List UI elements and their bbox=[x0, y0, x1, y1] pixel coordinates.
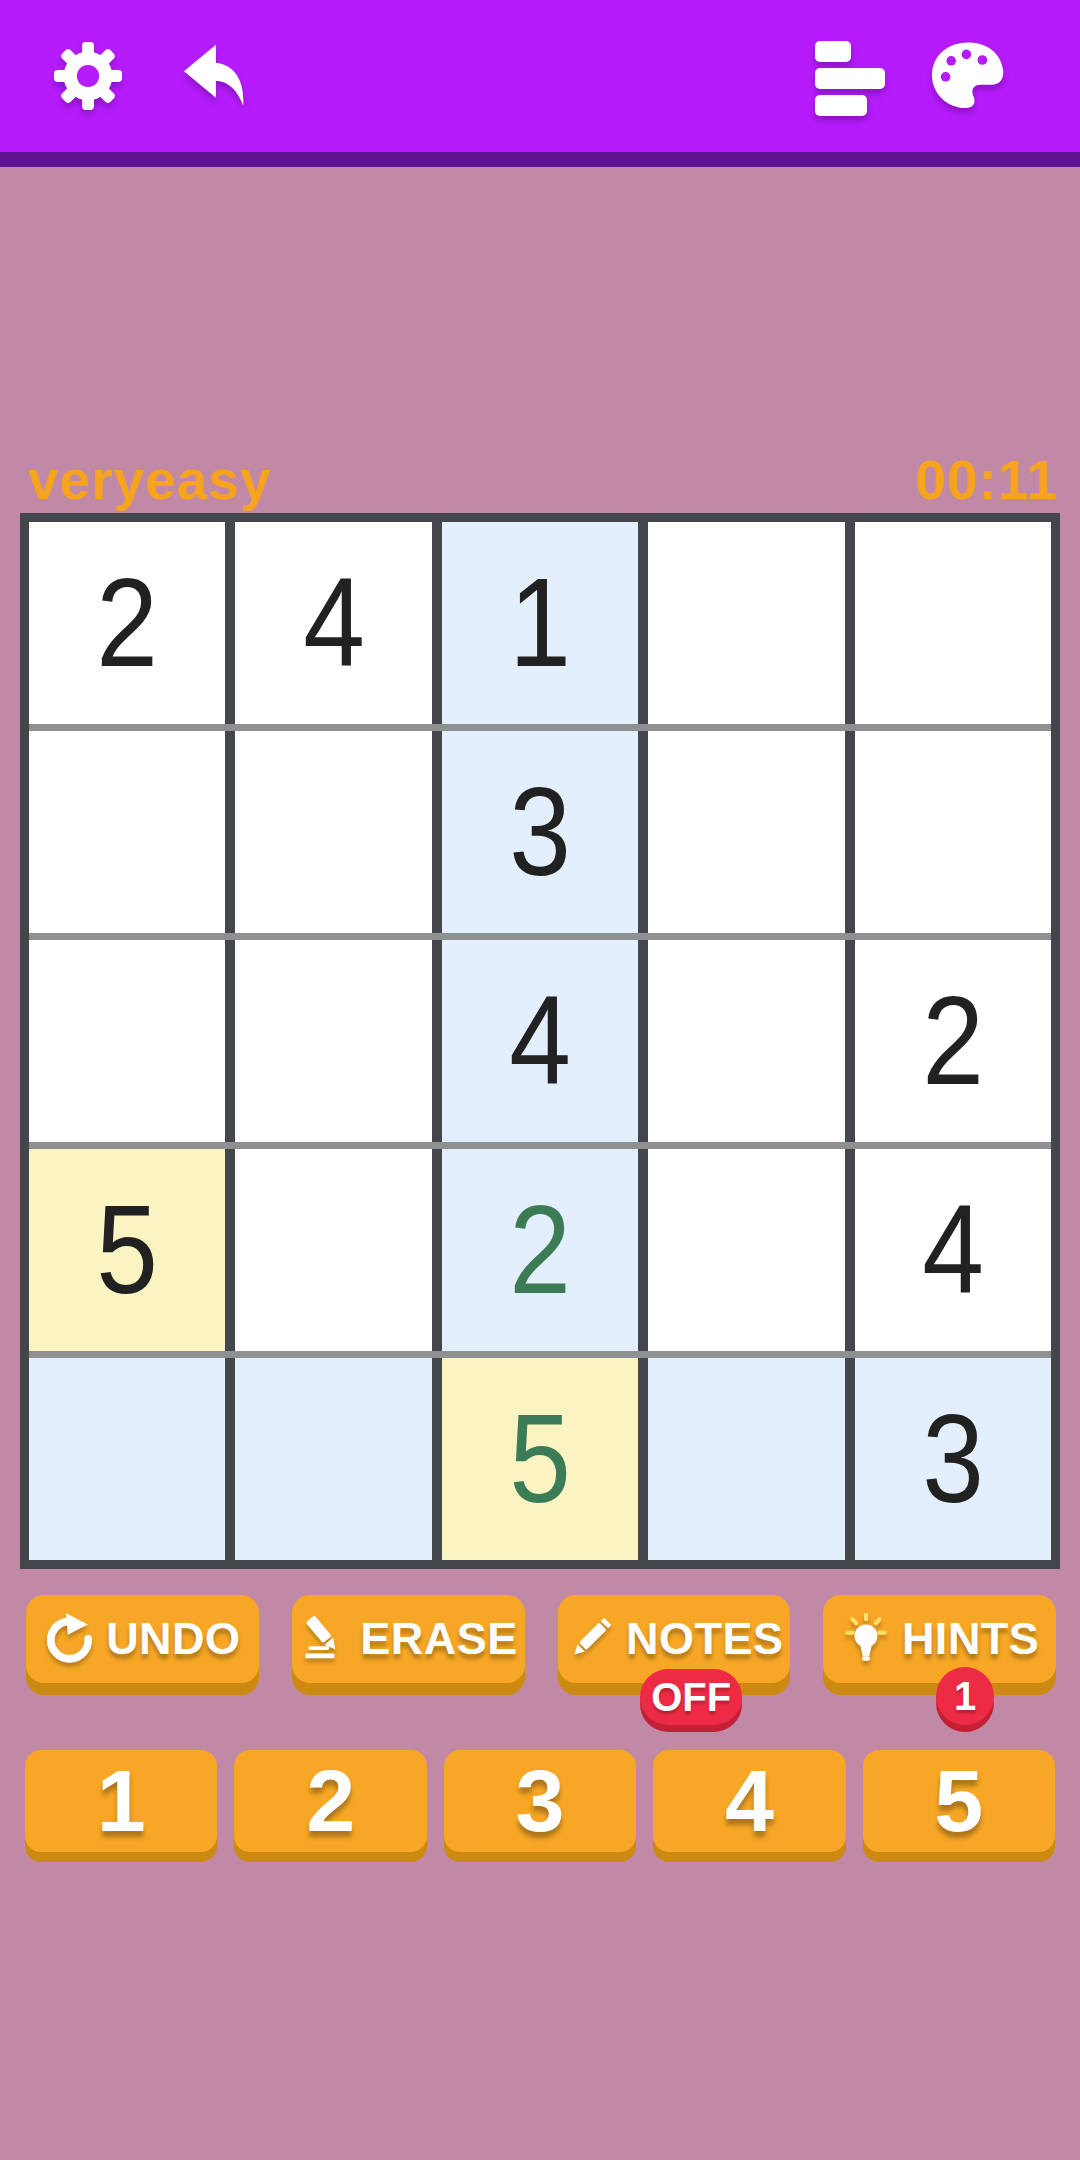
difficulty-label: veryeasy bbox=[28, 448, 272, 512]
cell-r4c1[interactable]: 5 bbox=[29, 1149, 225, 1351]
cell-r5c2[interactable] bbox=[235, 1358, 431, 1560]
settings-button[interactable] bbox=[48, 38, 128, 118]
cell-digit: 3 bbox=[509, 769, 571, 895]
cell-r5c1[interactable] bbox=[29, 1358, 225, 1560]
grid-vertical-line bbox=[432, 731, 442, 933]
sudoku-board: 24134252453 bbox=[20, 513, 1060, 1569]
cell-r4c5[interactable]: 4 bbox=[855, 1149, 1051, 1351]
notes-button[interactable]: NOTES OFF bbox=[558, 1595, 791, 1683]
cell-r1c2[interactable]: 4 bbox=[235, 522, 431, 724]
notes-off-badge: OFF bbox=[640, 1669, 742, 1725]
board-row-5: 53 bbox=[29, 1358, 1051, 1560]
cell-digit: 5 bbox=[96, 1187, 158, 1313]
erase-pencil-icon bbox=[298, 1613, 350, 1665]
hints-label: HINTS bbox=[902, 1613, 1040, 1665]
cell-digit: 4 bbox=[509, 978, 571, 1104]
board-row-4: 524 bbox=[29, 1149, 1051, 1351]
cell-r5c4[interactable] bbox=[648, 1358, 844, 1560]
cell-digit: 3 bbox=[922, 1396, 984, 1522]
gear-icon bbox=[51, 39, 125, 117]
cell-r3c4[interactable] bbox=[648, 940, 844, 1142]
cell-r2c4[interactable] bbox=[648, 731, 844, 933]
numpad-key-1[interactable]: 1 bbox=[25, 1750, 217, 1852]
cell-r5c3[interactable]: 5 bbox=[442, 1358, 638, 1560]
hint-bulb-icon bbox=[840, 1613, 892, 1665]
cell-r2c1[interactable] bbox=[29, 731, 225, 933]
grid-vertical-line bbox=[225, 940, 235, 1142]
board-row-2: 3 bbox=[29, 731, 1051, 933]
palette-icon bbox=[928, 36, 1008, 120]
grid-horizontal-line bbox=[29, 1142, 1051, 1149]
hints-button[interactable]: HINTS 1 bbox=[823, 1595, 1056, 1683]
hints-count-badge: 1 bbox=[936, 1667, 994, 1725]
grid-vertical-line bbox=[638, 1358, 648, 1560]
erase-button[interactable]: ERASE bbox=[292, 1595, 525, 1683]
grid-vertical-line bbox=[225, 1149, 235, 1351]
cell-r1c1[interactable]: 2 bbox=[29, 522, 225, 724]
grid-vertical-line bbox=[225, 731, 235, 933]
notes-pencil-icon bbox=[564, 1613, 616, 1665]
cell-r3c1[interactable] bbox=[29, 940, 225, 1142]
cell-digit: 1 bbox=[509, 560, 571, 686]
grid-vertical-line bbox=[225, 522, 235, 724]
cell-r3c2[interactable] bbox=[235, 940, 431, 1142]
board-row-3: 42 bbox=[29, 940, 1051, 1142]
undo-icon bbox=[44, 1613, 96, 1665]
number-pad: 12345 bbox=[25, 1750, 1055, 1852]
numpad-key-5[interactable]: 5 bbox=[863, 1750, 1055, 1852]
grid-vertical-line bbox=[845, 1149, 855, 1351]
undo-button[interactable]: UNDO bbox=[26, 1595, 259, 1683]
notes-label: NOTES bbox=[626, 1613, 784, 1665]
grid-vertical-line bbox=[845, 940, 855, 1142]
numpad-key-2[interactable]: 2 bbox=[234, 1750, 426, 1852]
grid-vertical-line bbox=[432, 522, 442, 724]
undo-back-button[interactable] bbox=[172, 38, 252, 118]
stats-bars-icon bbox=[807, 38, 885, 118]
numpad-key-3[interactable]: 3 bbox=[444, 1750, 636, 1852]
grid-vertical-line bbox=[432, 940, 442, 1142]
back-arrow-icon bbox=[173, 37, 251, 119]
erase-label: ERASE bbox=[360, 1613, 518, 1665]
grid-vertical-line bbox=[845, 731, 855, 933]
cell-digit: 4 bbox=[303, 560, 365, 686]
cell-r3c5[interactable]: 2 bbox=[855, 940, 1051, 1142]
cell-r2c5[interactable] bbox=[855, 731, 1051, 933]
cell-r4c3[interactable]: 2 bbox=[442, 1149, 638, 1351]
cell-r1c5[interactable] bbox=[855, 522, 1051, 724]
undo-label: UNDO bbox=[106, 1613, 241, 1665]
status-row: veryeasy 00:11 bbox=[28, 448, 1058, 512]
cell-digit: 2 bbox=[96, 560, 158, 686]
grid-vertical-line bbox=[845, 522, 855, 724]
cell-digit: 4 bbox=[922, 1187, 984, 1313]
stats-button[interactable] bbox=[806, 38, 886, 118]
cell-digit: 2 bbox=[922, 978, 984, 1104]
theme-button[interactable] bbox=[928, 38, 1008, 118]
toolbar: UNDO ERASE NOTES OFF bbox=[26, 1595, 1056, 1683]
cell-digit: 5 bbox=[509, 1396, 571, 1522]
grid-vertical-line bbox=[432, 1149, 442, 1351]
cell-r1c3[interactable]: 1 bbox=[442, 522, 638, 724]
cell-r1c4[interactable] bbox=[648, 522, 844, 724]
timer: 00:11 bbox=[915, 448, 1058, 512]
grid-horizontal-line bbox=[29, 724, 1051, 731]
cell-r2c3[interactable]: 3 bbox=[442, 731, 638, 933]
board-row-1: 241 bbox=[29, 522, 1051, 724]
app-bar bbox=[0, 0, 1080, 167]
grid-vertical-line bbox=[225, 1358, 235, 1560]
cell-r4c2[interactable] bbox=[235, 1149, 431, 1351]
grid-horizontal-line bbox=[29, 933, 1051, 940]
cell-r5c5[interactable]: 3 bbox=[855, 1358, 1051, 1560]
cell-r4c4[interactable] bbox=[648, 1149, 844, 1351]
grid-horizontal-line bbox=[29, 1351, 1051, 1358]
cell-r2c2[interactable] bbox=[235, 731, 431, 933]
grid-vertical-line bbox=[638, 522, 648, 724]
grid-vertical-line bbox=[638, 940, 648, 1142]
grid-vertical-line bbox=[845, 1358, 855, 1560]
grid-vertical-line bbox=[638, 1149, 648, 1351]
grid-vertical-line bbox=[638, 731, 648, 933]
cell-digit: 2 bbox=[509, 1187, 571, 1313]
cell-r3c3[interactable]: 4 bbox=[442, 940, 638, 1142]
grid-vertical-line bbox=[432, 1358, 442, 1560]
numpad-key-4[interactable]: 4 bbox=[653, 1750, 845, 1852]
